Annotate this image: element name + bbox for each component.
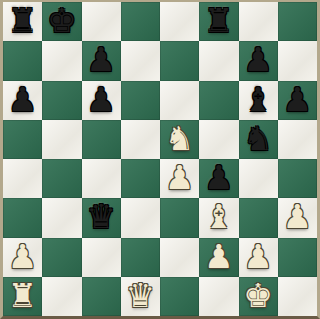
piece-black-pawn: ♟ [86,83,116,116]
square-g5[interactable]: ♞ [239,120,278,159]
square-b5[interactable] [42,120,81,159]
square-h5[interactable] [278,120,317,159]
square-f5[interactable] [199,120,238,159]
square-a7[interactable] [3,41,42,80]
square-g6[interactable]: ♝ [239,81,278,120]
square-b3[interactable] [42,198,81,237]
square-c2[interactable] [82,238,121,277]
square-a8[interactable]: ♜ [3,2,42,41]
square-a1[interactable]: ♜ [3,277,42,316]
square-b8[interactable]: ♚ [42,2,81,41]
square-c7[interactable]: ♟ [82,41,121,80]
square-g1[interactable]: ♚ [239,277,278,316]
square-f8[interactable]: ♜ [199,2,238,41]
piece-black-pawn: ♟ [283,83,313,116]
square-f7[interactable] [199,41,238,80]
square-c1[interactable] [82,277,121,316]
square-e8[interactable] [160,2,199,41]
square-g3[interactable] [239,198,278,237]
piece-black-pawn: ♟ [86,43,116,76]
square-d2[interactable] [121,238,160,277]
square-e5[interactable]: ♞ [160,120,199,159]
square-h8[interactable] [278,2,317,41]
square-h4[interactable] [278,159,317,198]
square-g2[interactable]: ♟ [239,238,278,277]
piece-black-rook: ♜ [204,4,234,37]
square-c8[interactable] [82,2,121,41]
square-b7[interactable] [42,41,81,80]
square-c3[interactable]: ♛ [82,198,121,237]
piece-white-queen: ♛ [126,279,156,312]
square-d8[interactable] [121,2,160,41]
piece-black-pawn: ♟ [8,83,38,116]
square-g4[interactable] [239,159,278,198]
piece-white-pawn: ♟ [165,161,195,194]
square-b2[interactable] [42,238,81,277]
square-f2[interactable]: ♟ [199,238,238,277]
square-a6[interactable]: ♟ [3,81,42,120]
square-d4[interactable] [121,159,160,198]
square-e4[interactable]: ♟ [160,159,199,198]
piece-white-pawn: ♟ [243,240,273,273]
square-b4[interactable] [42,159,81,198]
piece-white-bishop: ♝ [204,200,234,233]
square-h1[interactable] [278,277,317,316]
square-a3[interactable] [3,198,42,237]
piece-black-pawn: ♟ [204,161,234,194]
square-b1[interactable] [42,277,81,316]
square-b6[interactable] [42,81,81,120]
chess-board: ♜♚♜♟♟♟♟♝♟♞♞♟♟♛♝♟♟♟♟♜♛♚ [3,2,317,316]
piece-black-pawn: ♟ [243,43,273,76]
square-f3[interactable]: ♝ [199,198,238,237]
square-e2[interactable] [160,238,199,277]
square-e6[interactable] [160,81,199,120]
square-d6[interactable] [121,81,160,120]
square-g7[interactable]: ♟ [239,41,278,80]
square-d1[interactable]: ♛ [121,277,160,316]
square-h7[interactable] [278,41,317,80]
piece-black-knight: ♞ [243,122,273,155]
chess-board-frame: ♜♚♜♟♟♟♟♝♟♞♞♟♟♛♝♟♟♟♟♜♛♚ [0,0,320,319]
square-h6[interactable]: ♟ [278,81,317,120]
square-a2[interactable]: ♟ [3,238,42,277]
square-d3[interactable] [121,198,160,237]
square-f4[interactable]: ♟ [199,159,238,198]
square-c5[interactable] [82,120,121,159]
square-g8[interactable] [239,2,278,41]
square-c6[interactable]: ♟ [82,81,121,120]
square-h3[interactable]: ♟ [278,198,317,237]
piece-white-pawn: ♟ [204,240,234,273]
piece-white-rook: ♜ [8,279,38,312]
square-e3[interactable] [160,198,199,237]
piece-black-queen: ♛ [86,200,116,233]
square-e7[interactable] [160,41,199,80]
square-d7[interactable] [121,41,160,80]
square-f6[interactable] [199,81,238,120]
piece-black-rook: ♜ [8,4,38,37]
square-c4[interactable] [82,159,121,198]
square-d5[interactable] [121,120,160,159]
piece-white-king: ♚ [243,279,273,312]
square-e1[interactable] [160,277,199,316]
square-f1[interactable] [199,277,238,316]
square-h2[interactable] [278,238,317,277]
square-a4[interactable] [3,159,42,198]
piece-white-knight: ♞ [165,122,195,155]
piece-white-pawn: ♟ [283,200,313,233]
piece-white-pawn: ♟ [8,240,38,273]
square-a5[interactable] [3,120,42,159]
piece-black-bishop: ♝ [243,83,273,116]
piece-black-king: ♚ [47,4,77,37]
